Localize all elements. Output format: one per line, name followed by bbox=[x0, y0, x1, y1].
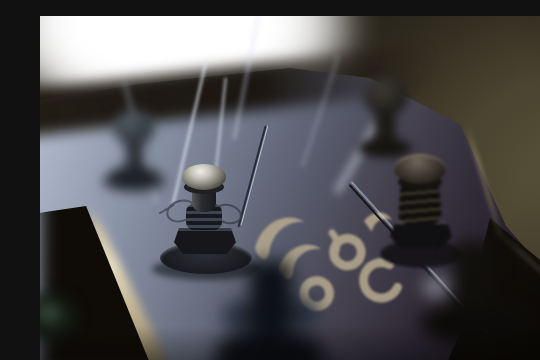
tuner6-glint-1 bbox=[423, 276, 449, 298]
photo-guitar-headstock: Macro photograph of a guitar headstock w… bbox=[40, 16, 540, 360]
tuner4-string-wraps bbox=[398, 184, 442, 224]
tuner5-post bbox=[250, 261, 292, 331]
tuner6-post bbox=[453, 241, 497, 311]
tuner4-cap bbox=[394, 154, 446, 184]
tuner5-washer bbox=[215, 331, 325, 360]
tuner-post-foreground-right bbox=[415, 241, 540, 360]
tuner2-hex-nut bbox=[174, 228, 236, 254]
left-tuner-button bbox=[40, 284, 90, 354]
tuner-post-foreground-center bbox=[205, 261, 335, 360]
tuner2-cap bbox=[182, 164, 226, 190]
